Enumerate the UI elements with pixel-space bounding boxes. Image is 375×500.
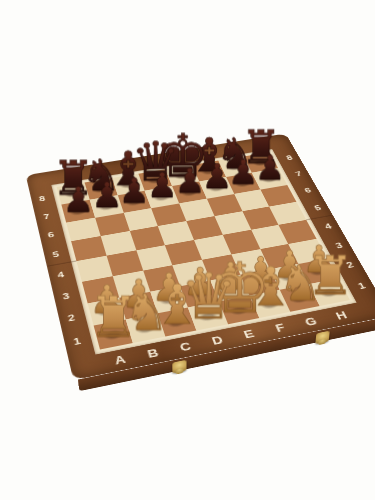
brass-latch-right [315,331,329,345]
folding-chess-board: ♜♞♝♛♚♝♞♜♟♟♟♟♟♟♟♟♟♟♟♟♟♟♟♟♜♞♝♛♚♝♞♜ ABCDEFG… [26,133,375,380]
chess-set-scene: ♜♞♝♛♚♝♞♜♟♟♟♟♟♟♟♟♟♟♟♟♟♟♟♟♜♞♝♛♚♝♞♜ ABCDEFG… [0,0,375,500]
product-photo: ♜♞♝♛♚♝♞♜♟♟♟♟♟♟♟♟♟♟♟♟♟♟♟♟♜♞♝♛♚♝♞♜ ABCDEFG… [0,0,375,500]
piece-white-rook-a1[interactable]: ♜ [76,289,151,344]
brass-latch-left [172,360,186,374]
piece-black-pawn-a7[interactable]: ♟ [45,183,111,218]
